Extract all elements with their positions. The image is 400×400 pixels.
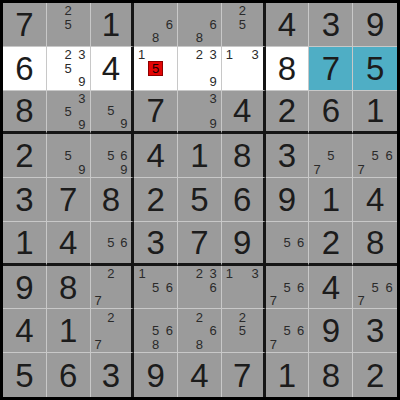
pencil-mark[interactable]: 8 — [152, 31, 159, 44]
cell-r7c3[interactable]: 27 — [91, 266, 135, 310]
pencil-mark[interactable]: 1 — [226, 48, 233, 61]
pencil-mark[interactable]: 3 — [252, 48, 259, 61]
pencil-marks: 13 — [223, 267, 262, 308]
pencil-mark[interactable]: 1 — [226, 267, 233, 280]
cell-value: 8 — [278, 52, 296, 85]
cell-value: 3 — [15, 183, 33, 216]
pencil-mark[interactable]: 6 — [166, 18, 173, 31]
pencil-mark[interactable]: 9 — [78, 118, 85, 131]
cell-r1c4[interactable]: 68 — [134, 3, 178, 47]
pencil-mark[interactable]: 5 — [371, 281, 378, 294]
pencil-mark[interactable]: 7 — [94, 338, 101, 351]
cell-r1c5[interactable]: 68 — [178, 3, 222, 47]
pencil-mark[interactable]: 6 — [166, 324, 173, 337]
pencil-marks: 59 — [92, 92, 131, 131]
cell-r7c2[interactable]: 8 — [47, 266, 91, 310]
cell-value: 3 — [147, 226, 165, 259]
cell-r9c5[interactable]: 4 — [178, 353, 222, 397]
pencil-marks: 68 — [135, 4, 176, 45]
cell-r4c2[interactable]: 59 — [47, 134, 91, 178]
cell-value: 5 — [190, 183, 208, 216]
cell-r4c8[interactable]: 57 — [309, 134, 353, 178]
pencil-mark[interactable]: 5 — [65, 18, 72, 31]
cell-value: 5 — [15, 359, 33, 392]
cell-value: 7 — [190, 226, 208, 259]
cell-value: 9 — [147, 359, 165, 392]
cell-r5c1[interactable]: 3 — [3, 178, 47, 222]
cell-r7c5[interactable]: 236 — [178, 266, 222, 310]
cell-r3c5[interactable]: 39 — [178, 91, 222, 135]
cell-r7c1[interactable]: 9 — [3, 266, 47, 310]
cell-r4c1[interactable]: 2 — [3, 134, 47, 178]
cell-r3c6[interactable]: 4 — [222, 91, 266, 135]
cell-r2c9[interactable]: 5 — [353, 47, 397, 91]
pencil-mark[interactable]: 5 — [107, 104, 114, 117]
cell-r6c2[interactable]: 4 — [47, 222, 91, 266]
pencil-mark[interactable]: 2 — [196, 48, 203, 61]
cell-value: 7 — [322, 52, 340, 85]
cell-r8c1[interactable]: 4 — [3, 309, 47, 353]
cell-r7c9[interactable]: 567 — [353, 266, 397, 310]
pencil-mark[interactable]: 6 — [120, 236, 127, 249]
cell-value: 9 — [278, 183, 296, 216]
pencil-marks: 268 — [179, 310, 220, 351]
cell-value: 4 — [190, 359, 208, 392]
pencil-mark[interactable]: 5 — [371, 149, 378, 162]
pencil-mark[interactable]: 2 — [239, 4, 246, 17]
pencil-mark[interactable]: 2 — [196, 267, 203, 280]
cell-value: 5 — [366, 52, 384, 85]
cell-value: 7 — [147, 94, 165, 127]
cell-r2c8[interactable]: 7 — [309, 47, 353, 91]
cell-r6c7[interactable]: 56 — [266, 222, 310, 266]
cell-value: 9 — [233, 226, 251, 259]
pencil-mark[interactable]: 3 — [209, 92, 216, 105]
pencil-mark[interactable]: 1 — [138, 48, 145, 61]
pencil-mark[interactable]: 7 — [94, 294, 101, 307]
pencil-mark[interactable]: 6 — [297, 281, 304, 294]
pencil-marks: 68 — [179, 4, 220, 45]
pencil-mark[interactable]: 3 — [209, 48, 216, 61]
pencil-marks: 27 — [92, 267, 131, 308]
pencil-mark[interactable]: 6 — [385, 149, 392, 162]
cell-r6c3[interactable]: 56 — [91, 222, 135, 266]
pencil-mark[interactable]: 6 — [120, 149, 127, 162]
cell-r9c9[interactable]: 2 — [353, 353, 397, 397]
pencil-marks: 39 — [179, 92, 220, 131]
cell-r7c4[interactable]: 156 — [134, 266, 178, 310]
pencil-mark[interactable]: 2 — [65, 48, 72, 61]
cell-value: 1 — [322, 183, 340, 216]
cell-r3c1[interactable]: 8 — [3, 91, 47, 135]
cell-value: 6 — [322, 94, 340, 127]
cell-r7c7[interactable]: 567 — [266, 266, 310, 310]
pencil-marks: 568 — [135, 310, 176, 351]
cell-r4c3[interactable]: 569 — [91, 134, 135, 178]
cell-value: 9 — [322, 314, 340, 347]
pencil-marks: 2359 — [48, 48, 89, 89]
cell-value: 7 — [233, 359, 251, 392]
cell-value: 2 — [278, 94, 296, 127]
pencil-mark[interactable]: 9 — [78, 163, 85, 176]
cell-value: 4 — [278, 8, 296, 41]
cell-r2c2[interactable]: 2359 — [47, 47, 91, 91]
pencil-mark[interactable]: 9 — [209, 75, 216, 88]
pencil-mark[interactable]: 2 — [65, 4, 72, 17]
pencil-mark[interactable]: 5 — [327, 149, 334, 162]
pencil-mark[interactable]: 6 — [209, 324, 216, 337]
pencil-mark[interactable]: 7 — [270, 338, 277, 351]
cell-r4c6[interactable]: 8 — [222, 134, 266, 178]
pencil-marks: 569 — [92, 135, 131, 176]
cell-r1c8[interactable]: 3 — [309, 3, 353, 47]
cell-value: 7 — [59, 183, 77, 216]
pencil-mark[interactable]: 2 — [107, 311, 114, 324]
cell-r3c8[interactable]: 6 — [309, 91, 353, 135]
pencil-mark[interactable]: 9 — [209, 117, 216, 130]
cell-r9c2[interactable]: 6 — [47, 353, 91, 397]
cell-r5c3[interactable]: 8 — [91, 178, 135, 222]
pencil-mark[interactable]: 5 — [152, 281, 159, 294]
cell-value: 2 — [147, 183, 165, 216]
cell-r6c6[interactable]: 9 — [222, 222, 266, 266]
pencil-mark[interactable]: 9 — [120, 163, 127, 176]
cell-r8c4[interactable]: 568 — [134, 309, 178, 353]
cell-r7c8[interactable]: 4 — [309, 266, 353, 310]
pencil-mark[interactable]: 3 — [209, 267, 216, 280]
pencil-mark[interactable]: 2 — [239, 311, 246, 324]
pencil-mark[interactable]: 8 — [196, 31, 203, 44]
pencil-mark[interactable]: 5 — [65, 62, 72, 75]
pencil-marks: 57 — [310, 135, 351, 176]
pencil-mark[interactable]: 6 — [385, 281, 392, 294]
cell-r1c6[interactable]: 25 — [222, 3, 266, 47]
cell-value: 1 — [366, 94, 384, 127]
pencil-mark[interactable]: 7 — [358, 163, 365, 176]
pencil-mark[interactable]: 1 — [139, 267, 146, 280]
cell-r6c9[interactable]: 8 — [353, 222, 397, 266]
pencil-mark[interactable]: 6 — [297, 236, 304, 249]
pencil-mark[interactable]: 5 — [283, 324, 290, 337]
cell-r9c4[interactable]: 9 — [134, 353, 178, 397]
cell-value: 4 — [102, 52, 120, 85]
cell-value: 4 — [15, 314, 33, 347]
cell-r3c3[interactable]: 59 — [91, 91, 135, 135]
cell-r5c4[interactable]: 2 — [134, 178, 178, 222]
pencil-marks: 56 — [92, 223, 131, 262]
cell-value: 4 — [233, 94, 251, 127]
cell-value: 3 — [278, 139, 296, 172]
cell-value: 8 — [322, 359, 340, 392]
cell-r3c2[interactable]: 359 — [47, 91, 91, 135]
cell-value: 2 — [322, 226, 340, 259]
pencil-marks: 567 — [354, 135, 396, 176]
cell-value: 8 — [15, 94, 33, 127]
cell-value: 6 — [233, 183, 251, 216]
cell-r6c5[interactable]: 7 — [178, 222, 222, 266]
pencil-mark[interactable]: 5 — [239, 324, 246, 337]
cell-value: 1 — [59, 314, 77, 347]
pencil-mark[interactable]: 9 — [78, 75, 85, 88]
cell-value: 3 — [366, 314, 384, 347]
cell-value: 6 — [15, 52, 33, 85]
cell-value: 9 — [15, 271, 33, 304]
cell-r8c8[interactable]: 9 — [309, 309, 353, 353]
pencil-mark[interactable]: 3 — [78, 92, 85, 105]
cell-r2c1[interactable]: 6 — [3, 47, 47, 91]
cell-r2c3[interactable]: 4 — [91, 47, 135, 91]
cell-value: 8 — [59, 271, 77, 304]
cell-r3c4[interactable]: 7 — [134, 91, 178, 135]
cell-value: 8 — [366, 226, 384, 259]
pencil-mark[interactable]: 5 — [283, 281, 290, 294]
cell-value: 4 — [366, 183, 384, 216]
cell-r1c7[interactable]: 4 — [266, 3, 310, 47]
cell-r8c5[interactable]: 268 — [178, 309, 222, 353]
cell-r7c6[interactable]: 13 — [222, 266, 266, 310]
pencil-mark[interactable]: 6 — [166, 281, 173, 294]
cell-r5c6[interactable]: 6 — [222, 178, 266, 222]
pencil-mark[interactable]: 5 — [65, 105, 72, 118]
cell-value: 4 — [59, 226, 77, 259]
cell-r9c7[interactable]: 1 — [266, 353, 310, 397]
cell-r1c9[interactable]: 9 — [353, 3, 397, 47]
pencil-mark[interactable]: 5 — [239, 18, 246, 31]
pencil-mark[interactable]: 5 — [107, 149, 114, 162]
pencil-marks: 236 — [179, 267, 220, 308]
pencil-mark[interactable]: 7 — [358, 294, 365, 307]
cell-r4c4[interactable]: 4 — [134, 134, 178, 178]
cell-r1c1[interactable]: 7 — [3, 3, 47, 47]
cell-r8c9[interactable]: 3 — [353, 309, 397, 353]
cell-r4c7[interactable]: 3 — [266, 134, 310, 178]
pencil-mark[interactable]: 8 — [196, 338, 203, 351]
cell-r8c7[interactable]: 567 — [266, 309, 310, 353]
cell-r4c5[interactable]: 1 — [178, 134, 222, 178]
cell-r6c1[interactable]: 1 — [3, 222, 47, 266]
cell-r5c5[interactable]: 5 — [178, 178, 222, 222]
pencil-marks: 239 — [179, 48, 220, 89]
cell-value: 1 — [102, 8, 120, 41]
cell-value: 2 — [15, 139, 33, 172]
pencil-marks: 56 — [267, 223, 308, 262]
cell-r6c4[interactable]: 3 — [134, 222, 178, 266]
pencil-mark[interactable]: 5 — [152, 324, 159, 337]
cell-r8c2[interactable]: 1 — [47, 309, 91, 353]
pencil-marks: 25 — [223, 4, 262, 45]
cell-value: 8 — [233, 139, 251, 172]
cell-r6c8[interactable]: 2 — [309, 222, 353, 266]
pencil-marks: 27 — [92, 310, 131, 351]
cell-r8c6[interactable]: 25 — [222, 309, 266, 353]
cell-r2c7[interactable]: 8 — [266, 47, 310, 91]
cell-value: 9 — [366, 8, 384, 41]
pencil-marks: 15 — [135, 48, 176, 89]
pencil-mark[interactable]: 3 — [78, 48, 85, 61]
cell-value: 7 — [15, 8, 33, 41]
pencil-mark[interactable]: 6 — [209, 18, 216, 31]
pencil-mark[interactable]: 5 — [283, 236, 290, 249]
cell-r9c6[interactable]: 7 — [222, 353, 266, 397]
cell-value: 3 — [102, 359, 120, 392]
cell-r5c8[interactable]: 1 — [309, 178, 353, 222]
cell-r9c1[interactable]: 5 — [3, 353, 47, 397]
pencil-mark[interactable]: 5 — [107, 236, 114, 249]
cell-r1c3[interactable]: 1 — [91, 3, 135, 47]
cell-value: 6 — [59, 359, 77, 392]
pencil-marks: 359 — [48, 92, 89, 131]
pencil-mark[interactable]: 2 — [107, 267, 114, 280]
pencil-marks: 567 — [354, 267, 396, 308]
cell-r3c7[interactable]: 2 — [266, 91, 310, 135]
pencil-mark[interactable]: 5 — [65, 149, 72, 162]
pencil-marks: 156 — [135, 267, 176, 308]
pencil-mark[interactable]: 9 — [120, 117, 127, 130]
cell-r1c2[interactable]: 25 — [47, 3, 91, 47]
cell-r9c8[interactable]: 8 — [309, 353, 353, 397]
pencil-marks: 25 — [48, 4, 89, 45]
pencil-mark[interactable]: 6 — [209, 281, 216, 294]
pencil-mark[interactable]: 6 — [297, 324, 304, 337]
pencil-mark[interactable]: 3 — [252, 267, 259, 280]
cell-r9c3[interactable]: 3 — [91, 353, 135, 397]
pencil-mark[interactable]: 2 — [196, 311, 203, 324]
cell-r2c6[interactable]: 13 — [222, 47, 266, 91]
cell-value: 3 — [322, 8, 340, 41]
cell-r5c7[interactable]: 9 — [266, 178, 310, 222]
cell-r8c3[interactable]: 27 — [91, 309, 135, 353]
cell-value: 4 — [147, 139, 165, 172]
cell-r5c2[interactable]: 7 — [47, 178, 91, 222]
pencil-mark[interactable]: 7 — [314, 163, 321, 176]
cell-value: 4 — [322, 271, 340, 304]
pencil-marks: 567 — [267, 267, 308, 308]
cell-value: 1 — [15, 226, 33, 259]
pencil-mark[interactable]: 7 — [270, 294, 277, 307]
cell-r5c9[interactable]: 4 — [353, 178, 397, 222]
cell-value: 2 — [366, 359, 384, 392]
pencil-marks: 13 — [223, 48, 262, 89]
cell-r3c9[interactable]: 1 — [353, 91, 397, 135]
pencil-marks: 59 — [48, 135, 89, 176]
cell-value: 1 — [190, 139, 208, 172]
pencil-marks: 25 — [223, 310, 262, 351]
pencil-mark[interactable]: 8 — [152, 338, 159, 351]
cell-value: 8 — [102, 183, 120, 216]
cell-r2c5[interactable]: 239 — [178, 47, 222, 91]
selected-pencil-mark[interactable]: 5 — [148, 61, 163, 76]
sudoku-board: 7251686825439623594152391387583595973942… — [0, 0, 400, 400]
cell-r4c9[interactable]: 567 — [353, 134, 397, 178]
cell-r2c4[interactable]: 15 — [134, 47, 178, 91]
cell-value: 1 — [278, 359, 296, 392]
pencil-marks: 567 — [267, 310, 308, 351]
